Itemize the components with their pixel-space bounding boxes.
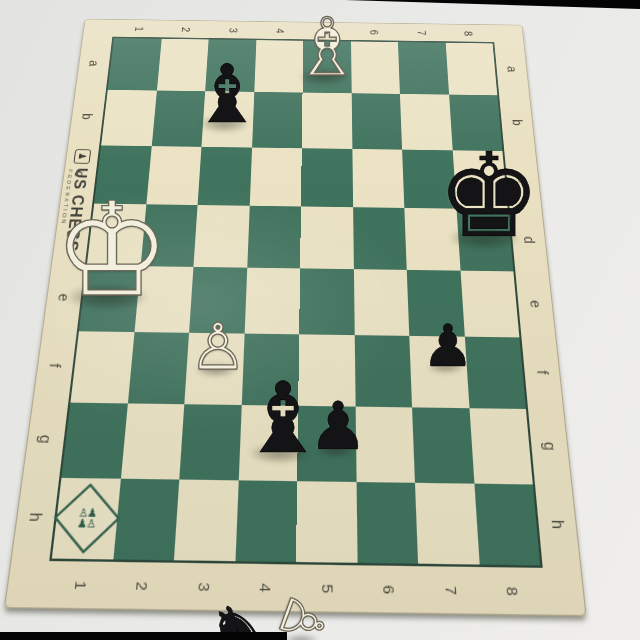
square-b4 — [252, 92, 303, 148]
square-e8 — [460, 271, 519, 338]
diamond-pawn-icon: ♙♟♟♙ — [54, 483, 121, 553]
rank-label-bottom-5: 5 — [319, 584, 334, 593]
rank-label-top-8: 8 — [463, 31, 474, 36]
chess-mat: ♟ US CHESS FEDERATION ♙♟♟♙ 1122334455667… — [4, 19, 587, 617]
square-c1 — [94, 145, 151, 204]
square-c5 — [301, 148, 353, 207]
square-h8 — [474, 483, 540, 565]
rank-label-bottom-6: 6 — [381, 585, 396, 594]
corner-diamond-logo: ♙♟♟♙ — [52, 478, 121, 560]
square-h7 — [415, 483, 479, 565]
rank-label-top-3: 3 — [227, 28, 238, 33]
square-a3 — [205, 39, 256, 92]
square-b3 — [201, 91, 253, 147]
file-label-left-g: g — [37, 435, 53, 444]
us-chess-logo-icon: ♟ — [74, 149, 92, 163]
rank-label-top-6: 6 — [369, 30, 380, 35]
square-h5 — [296, 481, 357, 563]
rank-label-bottom-4: 4 — [257, 583, 272, 592]
square-e7 — [407, 270, 465, 337]
rank-label-top-7: 7 — [416, 30, 427, 35]
square-g3 — [179, 404, 241, 480]
piece-shadow — [284, 634, 319, 640]
file-label-right-g: g — [542, 442, 558, 451]
photo-scene: ♟ US CHESS FEDERATION ♙♟♟♙ 1122334455667… — [0, 0, 640, 640]
file-label-right-d: d — [522, 236, 536, 243]
square-d8 — [456, 208, 513, 271]
square-b1 — [101, 90, 156, 146]
file-label-right-h: h — [549, 520, 566, 529]
square-a2 — [156, 39, 208, 92]
square-a5 — [303, 41, 352, 94]
square-f3 — [184, 333, 244, 404]
square-f5 — [298, 335, 355, 406]
square-h6 — [356, 482, 418, 564]
diamond-pawn-glyphs: ♙♟♟♙ — [77, 507, 97, 529]
square-a7 — [398, 42, 449, 95]
square-d2 — [140, 204, 197, 267]
rank-label-top-1: 1 — [133, 26, 144, 31]
square-e4 — [244, 268, 300, 335]
square-a6 — [351, 41, 400, 94]
file-label-right-f: f — [535, 371, 550, 375]
rank-label-top-4: 4 — [275, 28, 286, 33]
square-d3 — [193, 205, 249, 268]
square-a1 — [108, 38, 162, 91]
square-c2 — [146, 146, 202, 205]
square-g6 — [355, 406, 415, 482]
square-f8 — [464, 337, 526, 409]
rank-label-top-2: 2 — [180, 27, 191, 32]
square-a4 — [254, 40, 303, 93]
rank-label-top-5: 5 — [322, 29, 333, 34]
square-f7 — [409, 336, 469, 408]
square-b7 — [400, 94, 452, 150]
square-b5 — [302, 93, 352, 149]
square-g7 — [412, 407, 474, 483]
square-c6 — [352, 149, 404, 208]
file-label-left-b: b — [80, 114, 94, 120]
rank-label-bottom-7: 7 — [442, 586, 457, 595]
square-e1 — [79, 265, 140, 332]
rank-label-bottom-1: 1 — [72, 580, 88, 589]
square-e5 — [299, 268, 354, 335]
square-d1 — [87, 203, 146, 266]
square-g1 — [61, 402, 127, 478]
square-h3 — [174, 479, 238, 561]
square-g4 — [238, 404, 298, 480]
square-c3 — [198, 146, 252, 205]
file-label-right-e: e — [528, 300, 543, 308]
top-letterbox-bar — [0, 0, 640, 10]
file-label-left-c: c — [73, 170, 87, 176]
square-b8 — [449, 95, 503, 151]
square-a8 — [445, 43, 497, 96]
rank-label-bottom-8: 8 — [504, 586, 520, 595]
square-c4 — [249, 147, 302, 206]
file-label-left-f: f — [47, 364, 62, 368]
file-label-left-e: e — [56, 294, 71, 302]
square-d5 — [300, 206, 353, 269]
square-g2 — [120, 403, 184, 479]
file-label-right-b: b — [511, 120, 525, 126]
square-c7 — [402, 149, 456, 208]
file-label-left-a: a — [87, 60, 100, 66]
square-b6 — [351, 93, 402, 149]
square-d6 — [353, 207, 407, 270]
square-e6 — [353, 269, 409, 336]
file-label-left-h: h — [27, 512, 44, 521]
square-g8 — [469, 408, 533, 485]
square-d7 — [404, 208, 460, 271]
square-e2 — [134, 266, 193, 333]
square-e3 — [189, 267, 247, 334]
square-c8 — [452, 150, 507, 209]
rank-label-bottom-2: 2 — [133, 581, 149, 590]
square-h2 — [113, 478, 179, 560]
bottom-letterbox-bar — [0, 632, 287, 640]
square-f1 — [70, 332, 133, 403]
square-f4 — [241, 334, 299, 405]
square-g5 — [297, 405, 356, 481]
file-label-right-a: a — [505, 66, 518, 72]
file-label-left-d: d — [65, 230, 80, 237]
rank-label-bottom-3: 3 — [195, 582, 210, 591]
square-h4 — [235, 480, 297, 562]
file-label-right-c: c — [516, 177, 530, 183]
square-f2 — [127, 332, 189, 403]
square-b2 — [151, 91, 205, 147]
play-area — [52, 38, 540, 565]
square-f6 — [354, 335, 412, 406]
square-d4 — [247, 206, 301, 269]
